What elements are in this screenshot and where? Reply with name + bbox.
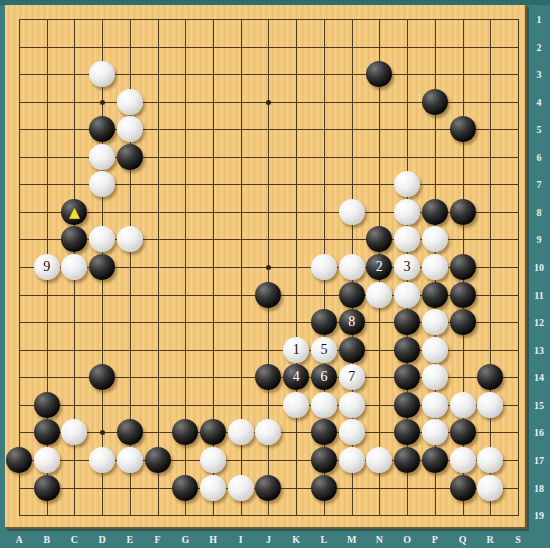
star-point-D16 — [100, 430, 105, 435]
stone-black-D5[interactable] — [89, 116, 115, 142]
stone-white-L13[interactable]: 5 — [311, 337, 337, 363]
move-number-label: 7 — [348, 370, 355, 384]
move-number-label: 2 — [376, 260, 383, 274]
stone-black-E16[interactable] — [117, 419, 143, 445]
move-number-label: 3 — [404, 260, 411, 274]
column-label-I: I — [239, 534, 243, 545]
stone-black-M11[interactable] — [339, 282, 365, 308]
stone-white-D7[interactable] — [89, 171, 115, 197]
stone-black-D14[interactable] — [89, 364, 115, 390]
column-label-M: M — [347, 534, 356, 545]
stone-white-C16[interactable] — [61, 419, 87, 445]
stone-white-C10[interactable] — [61, 254, 87, 280]
stone-black-L17[interactable] — [311, 447, 337, 473]
move-number-label: 8 — [348, 315, 355, 329]
stone-white-P9[interactable] — [422, 226, 448, 252]
column-label-J: J — [266, 534, 271, 545]
star-point-J4 — [266, 100, 271, 105]
column-label-B: B — [43, 534, 50, 545]
row-label-8: 8 — [537, 206, 542, 217]
stone-white-B17[interactable] — [34, 447, 60, 473]
stone-white-O9[interactable] — [394, 226, 420, 252]
row-label-7: 7 — [537, 179, 542, 190]
stone-white-D3[interactable] — [89, 61, 115, 87]
stone-black-P8[interactable] — [422, 199, 448, 225]
row-label-16: 16 — [534, 427, 544, 438]
go-board[interactable]: ▲923815467 — [5, 5, 527, 529]
stone-black-N10[interactable]: 2 — [366, 254, 392, 280]
stone-black-L12[interactable] — [311, 309, 337, 335]
star-point-D4 — [100, 100, 105, 105]
stone-white-E5[interactable] — [117, 116, 143, 142]
stone-black-B18[interactable] — [34, 475, 60, 501]
row-label-11: 11 — [534, 289, 543, 300]
column-label-A: A — [15, 534, 22, 545]
star-point-J10 — [266, 265, 271, 270]
stone-white-M8[interactable] — [339, 199, 365, 225]
stone-black-D10[interactable] — [89, 254, 115, 280]
column-label-D: D — [99, 534, 106, 545]
stone-white-Q15[interactable] — [450, 392, 476, 418]
column-label-Q: Q — [459, 534, 467, 545]
stone-white-M15[interactable] — [339, 392, 365, 418]
row-label-13: 13 — [534, 344, 544, 355]
stone-black-N3[interactable] — [366, 61, 392, 87]
go-diagram-window: ▲923815467 ABCDEFGHIJKLMNOPQRS1234567891… — [0, 0, 550, 548]
move-number-label: 5 — [320, 343, 327, 357]
stone-black-C9[interactable] — [61, 226, 87, 252]
column-label-G: G — [181, 534, 189, 545]
stone-black-F17[interactable] — [145, 447, 171, 473]
stone-black-P4[interactable] — [422, 89, 448, 115]
stone-white-R15[interactable] — [477, 392, 503, 418]
stone-black-N9[interactable] — [366, 226, 392, 252]
stone-white-E4[interactable] — [117, 89, 143, 115]
stone-white-P10[interactable] — [422, 254, 448, 280]
column-label-L: L — [321, 534, 328, 545]
stone-white-O11[interactable] — [394, 282, 420, 308]
stone-white-P16[interactable] — [422, 419, 448, 445]
stone-white-J16[interactable] — [255, 419, 281, 445]
row-label-10: 10 — [534, 262, 544, 273]
stone-black-L16[interactable] — [311, 419, 337, 445]
stone-black-B16[interactable] — [34, 419, 60, 445]
stone-white-P12[interactable] — [422, 309, 448, 335]
row-label-4: 4 — [537, 96, 542, 107]
stone-white-K15[interactable] — [283, 392, 309, 418]
stone-white-H18[interactable] — [200, 475, 226, 501]
stone-black-R14[interactable] — [477, 364, 503, 390]
column-label-H: H — [209, 534, 217, 545]
stone-white-E9[interactable] — [117, 226, 143, 252]
stone-white-I16[interactable] — [228, 419, 254, 445]
stone-white-O7[interactable] — [394, 171, 420, 197]
stone-white-P15[interactable] — [422, 392, 448, 418]
stone-white-O8[interactable] — [394, 199, 420, 225]
stone-black-C8[interactable]: ▲ — [61, 199, 87, 225]
row-label-3: 3 — [537, 69, 542, 80]
column-label-K: K — [292, 534, 300, 545]
row-label-2: 2 — [537, 41, 542, 52]
stone-white-B10[interactable]: 9 — [34, 254, 60, 280]
stone-black-K14[interactable]: 4 — [283, 364, 309, 390]
stone-black-Q16[interactable] — [450, 419, 476, 445]
column-label-S: S — [515, 534, 521, 545]
stone-white-E17[interactable] — [117, 447, 143, 473]
column-label-E: E — [127, 534, 134, 545]
stone-black-E6[interactable] — [117, 144, 143, 170]
stone-black-J11[interactable] — [255, 282, 281, 308]
move-number-label: 9 — [43, 260, 50, 274]
stone-white-P13[interactable] — [422, 337, 448, 363]
stone-white-N17[interactable] — [366, 447, 392, 473]
stone-white-M10[interactable] — [339, 254, 365, 280]
stone-black-O12[interactable] — [394, 309, 420, 335]
row-label-1: 1 — [537, 14, 542, 25]
stone-black-G18[interactable] — [172, 475, 198, 501]
stone-black-Q10[interactable] — [450, 254, 476, 280]
row-label-18: 18 — [534, 482, 544, 493]
stone-black-L18[interactable] — [311, 475, 337, 501]
stone-white-D9[interactable] — [89, 226, 115, 252]
grid-line-vertical — [518, 19, 519, 516]
stone-white-R17[interactable] — [477, 447, 503, 473]
triangle-marker: ▲ — [69, 205, 80, 219]
stone-black-Q8[interactable] — [450, 199, 476, 225]
stone-white-Q17[interactable] — [450, 447, 476, 473]
grid-line-horizontal — [19, 515, 519, 516]
stone-black-L14[interactable]: 6 — [311, 364, 337, 390]
stone-black-Q5[interactable] — [450, 116, 476, 142]
stone-white-M16[interactable] — [339, 419, 365, 445]
stone-white-M17[interactable] — [339, 447, 365, 473]
stone-black-O13[interactable] — [394, 337, 420, 363]
column-label-O: O — [403, 534, 411, 545]
stone-black-Q12[interactable] — [450, 309, 476, 335]
stone-black-P11[interactable] — [422, 282, 448, 308]
stone-white-D6[interactable] — [89, 144, 115, 170]
stone-white-L10[interactable] — [311, 254, 337, 280]
stone-black-O14[interactable] — [394, 364, 420, 390]
column-label-P: P — [432, 534, 438, 545]
row-label-6: 6 — [537, 151, 542, 162]
column-label-F: F — [155, 534, 161, 545]
stone-white-N11[interactable] — [366, 282, 392, 308]
stone-black-Q11[interactable] — [450, 282, 476, 308]
stone-black-J18[interactable] — [255, 475, 281, 501]
row-label-15: 15 — [534, 399, 544, 410]
stone-black-B15[interactable] — [34, 392, 60, 418]
stone-black-Q18[interactable] — [450, 475, 476, 501]
column-label-C: C — [71, 534, 78, 545]
stone-black-M12[interactable]: 8 — [339, 309, 365, 335]
stone-white-H17[interactable] — [200, 447, 226, 473]
stone-white-I18[interactable] — [228, 475, 254, 501]
row-label-14: 14 — [534, 372, 544, 383]
stone-black-H16[interactable] — [200, 419, 226, 445]
column-label-R: R — [487, 534, 494, 545]
row-label-9: 9 — [537, 234, 542, 245]
row-label-12: 12 — [534, 317, 544, 328]
stone-black-O17[interactable] — [394, 447, 420, 473]
row-label-19: 19 — [534, 510, 544, 521]
row-label-17: 17 — [534, 454, 544, 465]
stone-white-R18[interactable] — [477, 475, 503, 501]
move-number-label: 6 — [320, 370, 327, 384]
stone-white-L15[interactable] — [311, 392, 337, 418]
stone-white-D17[interactable] — [89, 447, 115, 473]
row-label-5: 5 — [537, 124, 542, 135]
grid-line-vertical — [490, 19, 491, 516]
grid-line-vertical — [296, 19, 297, 516]
stone-black-G16[interactable] — [172, 419, 198, 445]
stone-black-A17[interactable] — [6, 447, 32, 473]
move-number-label: 1 — [293, 343, 300, 357]
stone-white-M14[interactable]: 7 — [339, 364, 365, 390]
stone-black-P17[interactable] — [422, 447, 448, 473]
stone-black-M13[interactable] — [339, 337, 365, 363]
move-number-label: 4 — [293, 370, 300, 384]
stone-white-K13[interactable]: 1 — [283, 337, 309, 363]
stone-white-P14[interactable] — [422, 364, 448, 390]
column-label-N: N — [376, 534, 383, 545]
stone-black-O16[interactable] — [394, 419, 420, 445]
stone-black-O15[interactable] — [394, 392, 420, 418]
stone-black-J14[interactable] — [255, 364, 281, 390]
stone-white-O10[interactable]: 3 — [394, 254, 420, 280]
